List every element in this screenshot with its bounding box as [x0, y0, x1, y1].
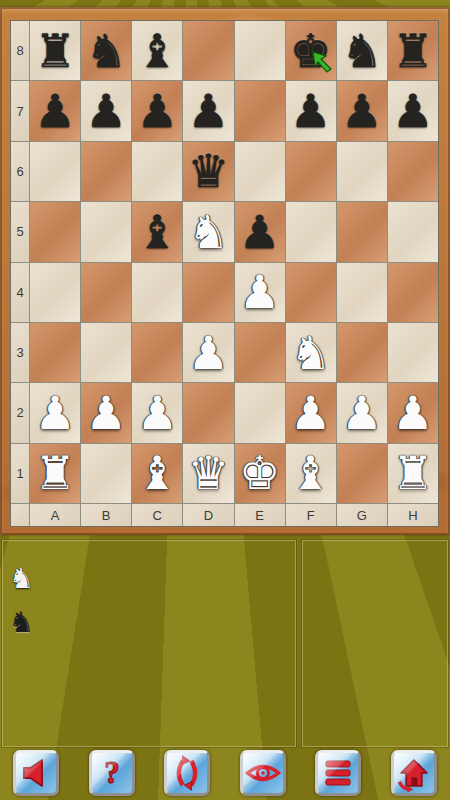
square-e6[interactable]	[235, 142, 285, 201]
speaker-icon	[17, 754, 55, 792]
square-d8[interactable]	[183, 21, 233, 80]
square-f4[interactable]	[286, 263, 336, 322]
white-pawn-h2[interactable]: ♟	[392, 390, 433, 436]
board-corner	[11, 504, 29, 526]
menu-button[interactable]	[315, 750, 361, 796]
square-h2[interactable]: ♟	[388, 383, 438, 442]
square-c3[interactable]	[132, 323, 182, 382]
white-king-e1[interactable]: ♚	[239, 450, 280, 496]
white-bishop-c1[interactable]: ♝	[137, 450, 178, 496]
file-label-b: B	[81, 504, 131, 526]
square-a2[interactable]: ♟	[30, 383, 80, 442]
black-rook-h8[interactable]: ♜	[392, 28, 433, 74]
question-icon: ?	[93, 754, 131, 792]
square-b5[interactable]	[81, 202, 131, 261]
svg-text:?: ?	[104, 755, 120, 790]
square-d4[interactable]	[183, 263, 233, 322]
square-a6[interactable]	[30, 142, 80, 201]
black-pawn-c7[interactable]: ♟	[137, 88, 178, 134]
file-label-d: D	[183, 504, 233, 526]
square-e3[interactable]	[235, 323, 285, 382]
square-a5[interactable]	[30, 202, 80, 261]
square-e7[interactable]	[235, 81, 285, 140]
square-f3[interactable]: ♞	[286, 323, 336, 382]
square-d3[interactable]: ♟	[183, 323, 233, 382]
square-g3[interactable]	[337, 323, 387, 382]
square-e2[interactable]	[235, 383, 285, 442]
square-h8[interactable]: ♜	[388, 21, 438, 80]
black-pawn-a7[interactable]: ♟	[34, 88, 75, 134]
rank-label-5: 5	[11, 202, 29, 261]
square-d1[interactable]: ♛	[183, 444, 233, 503]
square-a7[interactable]: ♟	[30, 81, 80, 140]
last-move-arrow-icon	[311, 50, 335, 74]
square-b1[interactable]	[81, 444, 131, 503]
square-c7[interactable]: ♟	[132, 81, 182, 140]
chess-app-screen: { "game": "chess", "position": { "fen": …	[0, 0, 450, 800]
square-f8[interactable]: ♚	[286, 21, 336, 80]
menu-bars-icon	[319, 754, 357, 792]
square-f1[interactable]: ♝	[286, 444, 336, 503]
square-e5[interactable]: ♟	[235, 202, 285, 261]
white-queen-d1[interactable]: ♛	[188, 450, 229, 496]
square-b3[interactable]	[81, 323, 131, 382]
square-e1[interactable]: ♚	[235, 444, 285, 503]
white-rook-a1[interactable]: ♜	[34, 450, 75, 496]
square-g6[interactable]	[337, 142, 387, 201]
move-list-panel[interactable]	[302, 540, 448, 747]
black-pawn-b7[interactable]: ♟	[86, 88, 127, 134]
rank-label-3: 3	[11, 323, 29, 382]
rank-label-7: 7	[11, 81, 29, 140]
square-f7[interactable]: ♟	[286, 81, 336, 140]
square-f2[interactable]: ♟	[286, 383, 336, 442]
square-h1[interactable]: ♜	[388, 444, 438, 503]
rank-label-1: 1	[11, 444, 29, 503]
chess-board-frame: 8♜♞♝♚♞♜7♟♟♟♟♟♟♟6♛5♝♞♟4♟3♟♞2♟♟♟♟♟♟1♜♝♛♚♝♜…	[0, 7, 450, 535]
sound-button[interactable]	[13, 750, 59, 796]
black-knight-b8[interactable]: ♞	[86, 28, 127, 74]
white-knight-icon: ♞	[9, 565, 34, 593]
square-a8[interactable]: ♜	[30, 21, 80, 80]
white-bishop-f1[interactable]: ♝	[290, 450, 331, 496]
file-label-c: C	[132, 504, 182, 526]
square-b6[interactable]	[81, 142, 131, 201]
square-c2[interactable]: ♟	[132, 383, 182, 442]
black-knight-g8[interactable]: ♞	[341, 28, 382, 74]
square-f5[interactable]	[286, 202, 336, 261]
white-rook-h1[interactable]: ♜	[392, 450, 433, 496]
rotate-button[interactable]	[164, 750, 210, 796]
square-b8[interactable]: ♞	[81, 21, 131, 80]
black-bishop-c8[interactable]: ♝	[137, 28, 178, 74]
black-pawn-e5[interactable]: ♟	[239, 209, 280, 255]
black-rook-a8[interactable]: ♜	[34, 28, 75, 74]
player-row-computer: ♞	[9, 609, 295, 637]
square-c1[interactable]: ♝	[132, 444, 182, 503]
white-pawn-c2[interactable]: ♟	[137, 390, 178, 436]
hint-button[interactable]: ?	[89, 750, 135, 796]
square-h4[interactable]	[388, 263, 438, 322]
square-d6[interactable]: ♛	[183, 142, 233, 201]
square-b4[interactable]	[81, 263, 131, 322]
square-a1[interactable]: ♜	[30, 444, 80, 503]
square-b2[interactable]: ♟	[81, 383, 131, 442]
black-queen-d6[interactable]: ♛	[188, 148, 229, 194]
white-pawn-e4[interactable]: ♟	[239, 269, 280, 315]
white-pawn-d3[interactable]: ♟	[188, 330, 229, 376]
rank-label-8: 8	[11, 21, 29, 80]
square-g4[interactable]	[337, 263, 387, 322]
white-pawn-b2[interactable]: ♟	[86, 390, 127, 436]
white-pawn-a2[interactable]: ♟	[34, 390, 75, 436]
file-label-a: A	[30, 504, 80, 526]
square-d7[interactable]: ♟	[183, 81, 233, 140]
square-e4[interactable]: ♟	[235, 263, 285, 322]
square-d2[interactable]	[183, 383, 233, 442]
square-g5[interactable]	[337, 202, 387, 261]
square-c5[interactable]: ♝	[132, 202, 182, 261]
square-a4[interactable]	[30, 263, 80, 322]
home-exit-icon	[395, 754, 433, 792]
file-label-e: E	[235, 504, 285, 526]
white-pawn-g2[interactable]: ♟	[341, 390, 382, 436]
black-pawn-h7[interactable]: ♟	[392, 88, 433, 134]
square-h3[interactable]	[388, 323, 438, 382]
white-knight-f3[interactable]: ♞	[290, 330, 331, 376]
square-f6[interactable]	[286, 142, 336, 201]
square-g2[interactable]: ♟	[337, 383, 387, 442]
white-pawn-f2[interactable]: ♟	[290, 390, 331, 436]
rank-label-4: 4	[11, 263, 29, 322]
rotate-arrows-icon	[168, 754, 206, 792]
square-h7[interactable]: ♟	[388, 81, 438, 140]
player-row-player: ♞	[9, 565, 295, 593]
square-h5[interactable]	[388, 202, 438, 261]
players-panel: ♞♞	[2, 540, 296, 747]
square-c6[interactable]	[132, 142, 182, 201]
square-c8[interactable]: ♝	[132, 21, 182, 80]
white-knight-d5[interactable]: ♞	[188, 209, 229, 255]
file-label-g: G	[337, 504, 387, 526]
black-pawn-g7[interactable]: ♟	[341, 88, 382, 134]
file-label-f: F	[286, 504, 336, 526]
eye-icon	[244, 754, 282, 792]
file-label-h: H	[388, 504, 438, 526]
square-g7[interactable]: ♟	[337, 81, 387, 140]
square-a3[interactable]	[30, 323, 80, 382]
square-h6[interactable]	[388, 142, 438, 201]
square-d5[interactable]: ♞	[183, 202, 233, 261]
square-c4[interactable]	[132, 263, 182, 322]
view-button[interactable]	[240, 750, 286, 796]
exit-button[interactable]	[391, 750, 437, 796]
chess-board[interactable]: 8♜♞♝♚♞♜7♟♟♟♟♟♟♟6♛5♝♞♟4♟3♟♞2♟♟♟♟♟♟1♜♝♛♚♝♜…	[10, 20, 439, 527]
black-bishop-c5[interactable]: ♝	[137, 209, 178, 255]
bottom-toolbar: ?	[0, 749, 450, 797]
black-knight-icon: ♞	[9, 609, 34, 637]
rank-label-2: 2	[11, 383, 29, 442]
rank-label-6: 6	[11, 142, 29, 201]
square-b7[interactable]: ♟	[81, 81, 131, 140]
square-g1[interactable]	[337, 444, 387, 503]
black-pawn-d7[interactable]: ♟	[188, 88, 229, 134]
square-e8[interactable]	[235, 21, 285, 80]
black-pawn-f7[interactable]: ♟	[290, 88, 331, 134]
square-g8[interactable]: ♞	[337, 21, 387, 80]
